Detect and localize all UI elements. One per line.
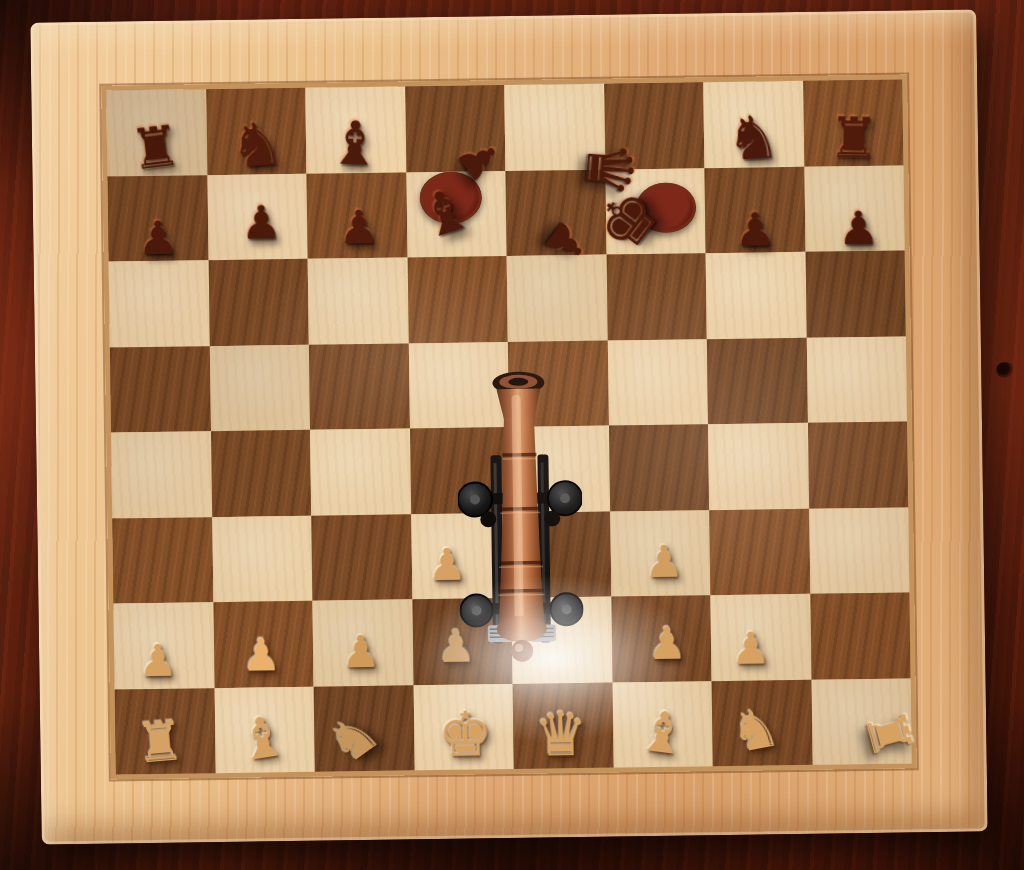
- square-e2[interactable]: [511, 597, 612, 684]
- square-c3[interactable]: [311, 514, 412, 601]
- square-g3[interactable]: [709, 508, 810, 595]
- white-knight-g1[interactable]: ♞: [727, 700, 785, 762]
- square-b2[interactable]: ♟: [213, 601, 314, 688]
- square-a5[interactable]: [110, 346, 211, 433]
- square-a7[interactable]: ♟: [107, 175, 208, 262]
- square-b7[interactable]: ♟: [207, 173, 308, 260]
- square-d7[interactable]: ♝: [406, 171, 507, 258]
- square-a1[interactable]: ♜: [115, 688, 216, 775]
- board: ♜♞♝♟♛♞♜♟♟♟♝♟♚♟♟♟♟♟♟♟♟♟♟♜♝♞♚♛♝♞♜: [101, 74, 917, 779]
- square-d2[interactable]: ♟: [412, 598, 513, 685]
- square-f5[interactable]: [607, 339, 708, 426]
- square-c1[interactable]: ♞: [314, 685, 415, 772]
- square-f4[interactable]: [608, 424, 709, 511]
- white-pawn-a2[interactable]: ♟: [138, 638, 178, 683]
- white-pawn-c2[interactable]: ♟: [341, 629, 381, 674]
- white-king-d1[interactable]: ♚: [437, 703, 493, 766]
- square-g4[interactable]: [708, 423, 809, 510]
- square-c6[interactable]: [308, 257, 409, 344]
- square-b5[interactable]: [209, 344, 310, 431]
- square-c5[interactable]: [309, 343, 410, 430]
- square-f6[interactable]: [606, 253, 707, 340]
- square-a6[interactable]: [109, 260, 210, 347]
- square-g1[interactable]: ♞: [712, 679, 813, 766]
- photo-scene: { "game": "chess", "scene": "Overhead ph…: [0, 0, 1024, 870]
- board-frame: ♜♞♝♟♛♞♜♟♟♟♝♟♚♟♟♟♟♟♟♟♟♟♟♜♝♞♚♛♝♞♜: [30, 9, 987, 844]
- square-e3[interactable]: [510, 511, 611, 598]
- square-d3[interactable]: ♟: [411, 512, 512, 599]
- white-pawn-f3[interactable]: ♟: [644, 540, 684, 585]
- square-b8[interactable]: ♞: [206, 88, 307, 175]
- square-b1[interactable]: ♝: [214, 686, 315, 773]
- square-d5[interactable]: [408, 342, 509, 429]
- square-e5[interactable]: [508, 340, 609, 427]
- black-pawn-a7[interactable]: ♟: [137, 215, 179, 262]
- black-pawn-g7[interactable]: ♟: [734, 206, 776, 253]
- square-c8[interactable]: ♝: [305, 86, 406, 173]
- square-e4[interactable]: [509, 426, 610, 513]
- square-a3[interactable]: [112, 517, 213, 604]
- white-rook-h1-leaning[interactable]: ♜: [856, 704, 921, 765]
- square-e1[interactable]: ♛: [513, 682, 614, 769]
- square-h8[interactable]: ♜: [803, 79, 904, 166]
- white-pawn-d3[interactable]: ♟: [427, 543, 467, 588]
- square-g6[interactable]: [706, 252, 807, 339]
- square-d8[interactable]: ♟: [405, 85, 506, 172]
- square-e6[interactable]: [507, 255, 608, 342]
- square-f2[interactable]: ♟: [611, 595, 712, 682]
- square-a2[interactable]: ♟: [113, 602, 214, 689]
- square-b3[interactable]: [212, 515, 313, 602]
- square-e8[interactable]: ♛: [504, 84, 605, 171]
- square-b4[interactable]: [211, 430, 312, 517]
- square-h1[interactable]: ♜: [811, 678, 912, 765]
- square-c7[interactable]: ♟: [306, 172, 407, 259]
- black-knight-b8[interactable]: ♞: [228, 112, 287, 176]
- square-d1[interactable]: ♚: [413, 683, 514, 770]
- square-h7[interactable]: ♟: [804, 165, 905, 252]
- square-h6[interactable]: [805, 250, 906, 337]
- black-knight-g8[interactable]: ♞: [724, 105, 782, 168]
- square-g2[interactable]: ♟: [710, 594, 811, 681]
- black-bishop-c8[interactable]: ♝: [327, 112, 383, 174]
- white-pawn-d2[interactable]: ♟: [436, 624, 476, 669]
- white-rook-a1[interactable]: ♜: [134, 714, 187, 772]
- square-g8[interactable]: ♞: [703, 81, 804, 168]
- square-f1[interactable]: ♝: [612, 681, 713, 768]
- square-c2[interactable]: ♟: [312, 599, 413, 686]
- white-bishop-b1[interactable]: ♝: [233, 707, 291, 770]
- black-rook-a8[interactable]: ♜: [127, 117, 183, 179]
- white-knight-c1-fallen[interactable]: ♞: [318, 703, 389, 775]
- square-h3[interactable]: [809, 507, 910, 594]
- square-d6[interactable]: [407, 256, 508, 343]
- square-g7[interactable]: ♟: [704, 166, 805, 253]
- white-bishop-f1[interactable]: ♝: [634, 702, 691, 764]
- white-queen-e1[interactable]: ♛: [534, 704, 589, 765]
- white-pawn-b2[interactable]: ♟: [241, 633, 281, 678]
- square-d4[interactable]: [410, 427, 511, 514]
- square-a8[interactable]: ♜: [106, 89, 207, 176]
- white-pawn-g2[interactable]: ♟: [731, 626, 771, 671]
- square-h4[interactable]: [807, 421, 908, 508]
- black-rook-h8[interactable]: ♜: [828, 109, 879, 166]
- square-g5[interactable]: [707, 337, 808, 424]
- square-h2[interactable]: [810, 592, 911, 679]
- wood-knot: [996, 362, 1014, 378]
- black-pawn-b7[interactable]: ♟: [240, 199, 282, 246]
- square-b6[interactable]: [208, 259, 309, 346]
- square-h5[interactable]: [806, 336, 907, 423]
- square-c4[interactable]: [310, 428, 411, 515]
- white-pawn-f2[interactable]: ♟: [647, 621, 687, 666]
- black-pawn-h7[interactable]: ♟: [838, 205, 880, 252]
- black-pawn-c7[interactable]: ♟: [338, 204, 380, 251]
- square-f3[interactable]: ♟: [610, 510, 711, 597]
- square-a4[interactable]: [111, 431, 212, 518]
